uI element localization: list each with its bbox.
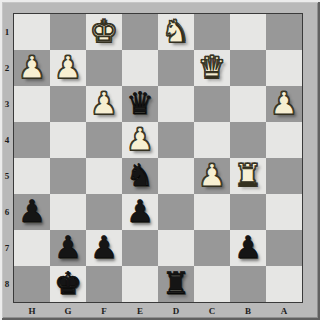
square-b2[interactable] bbox=[230, 50, 266, 86]
square-a3[interactable]: ♟ bbox=[266, 86, 302, 122]
square-f1[interactable]: ♚ bbox=[86, 14, 122, 50]
square-a8[interactable] bbox=[266, 266, 302, 302]
square-e2[interactable] bbox=[122, 50, 158, 86]
piece-black-king[interactable]: ♚ bbox=[54, 265, 82, 301]
piece-white-pawn[interactable]: ♟ bbox=[54, 49, 82, 85]
chessboard-panel: 12345678 HGFEDCBA ♚♞♟♟♛♟♛♟♟♞♟♜♟♟♟♟♟♚♜ bbox=[0, 0, 320, 320]
piece-white-pawn[interactable]: ♟ bbox=[18, 49, 46, 85]
square-f3[interactable]: ♟ bbox=[86, 86, 122, 122]
square-c4[interactable] bbox=[194, 122, 230, 158]
square-b5[interactable]: ♜ bbox=[230, 158, 266, 194]
square-h5[interactable] bbox=[14, 158, 50, 194]
rank-label-1: 1 bbox=[1, 14, 13, 50]
piece-black-pawn[interactable]: ♟ bbox=[18, 193, 46, 229]
square-f8[interactable] bbox=[86, 266, 122, 302]
file-label-a: A bbox=[266, 304, 302, 318]
square-a2[interactable] bbox=[266, 50, 302, 86]
square-e5[interactable]: ♞ bbox=[122, 158, 158, 194]
square-b7[interactable]: ♟ bbox=[230, 230, 266, 266]
square-c8[interactable] bbox=[194, 266, 230, 302]
square-b4[interactable] bbox=[230, 122, 266, 158]
rank-label-3: 3 bbox=[1, 86, 13, 122]
piece-white-pawn[interactable]: ♟ bbox=[198, 157, 226, 193]
square-a1[interactable] bbox=[266, 14, 302, 50]
piece-black-pawn[interactable]: ♟ bbox=[90, 229, 118, 265]
square-g5[interactable] bbox=[50, 158, 86, 194]
square-h8[interactable] bbox=[14, 266, 50, 302]
square-c7[interactable] bbox=[194, 230, 230, 266]
rank-label-5: 5 bbox=[1, 158, 13, 194]
piece-black-rook[interactable]: ♜ bbox=[162, 265, 190, 301]
file-label-h: H bbox=[14, 304, 50, 318]
square-d5[interactable] bbox=[158, 158, 194, 194]
square-g7[interactable]: ♟ bbox=[50, 230, 86, 266]
square-e8[interactable] bbox=[122, 266, 158, 302]
square-e6[interactable]: ♟ bbox=[122, 194, 158, 230]
square-a7[interactable] bbox=[266, 230, 302, 266]
square-c6[interactable] bbox=[194, 194, 230, 230]
square-h2[interactable]: ♟ bbox=[14, 50, 50, 86]
file-labels: HGFEDCBA bbox=[14, 304, 302, 318]
square-a5[interactable] bbox=[266, 158, 302, 194]
square-f5[interactable] bbox=[86, 158, 122, 194]
square-a6[interactable] bbox=[266, 194, 302, 230]
square-b8[interactable] bbox=[230, 266, 266, 302]
square-d6[interactable] bbox=[158, 194, 194, 230]
file-label-d: D bbox=[158, 304, 194, 318]
piece-white-pawn[interactable]: ♟ bbox=[90, 85, 118, 121]
square-h1[interactable] bbox=[14, 14, 50, 50]
square-f2[interactable] bbox=[86, 50, 122, 86]
rank-label-7: 7 bbox=[1, 230, 13, 266]
square-g8[interactable]: ♚ bbox=[50, 266, 86, 302]
file-label-g: G bbox=[50, 304, 86, 318]
piece-black-pawn[interactable]: ♟ bbox=[234, 229, 262, 265]
piece-white-queen[interactable]: ♛ bbox=[198, 49, 226, 85]
rank-label-8: 8 bbox=[1, 266, 13, 302]
square-a4[interactable] bbox=[266, 122, 302, 158]
square-g2[interactable]: ♟ bbox=[50, 50, 86, 86]
square-d4[interactable] bbox=[158, 122, 194, 158]
square-c5[interactable]: ♟ bbox=[194, 158, 230, 194]
piece-white-rook[interactable]: ♜ bbox=[234, 157, 262, 193]
square-d2[interactable] bbox=[158, 50, 194, 86]
square-e1[interactable] bbox=[122, 14, 158, 50]
rank-label-4: 4 bbox=[1, 122, 13, 158]
piece-black-queen[interactable]: ♛ bbox=[126, 85, 154, 121]
square-e7[interactable] bbox=[122, 230, 158, 266]
square-e4[interactable]: ♟ bbox=[122, 122, 158, 158]
square-h6[interactable]: ♟ bbox=[14, 194, 50, 230]
square-c1[interactable] bbox=[194, 14, 230, 50]
square-b1[interactable] bbox=[230, 14, 266, 50]
square-h7[interactable] bbox=[14, 230, 50, 266]
square-g3[interactable] bbox=[50, 86, 86, 122]
file-label-c: C bbox=[194, 304, 230, 318]
piece-white-knight[interactable]: ♞ bbox=[162, 13, 190, 49]
square-c3[interactable] bbox=[194, 86, 230, 122]
square-d1[interactable]: ♞ bbox=[158, 14, 194, 50]
piece-white-pawn[interactable]: ♟ bbox=[126, 121, 154, 157]
piece-black-pawn[interactable]: ♟ bbox=[54, 229, 82, 265]
square-h4[interactable] bbox=[14, 122, 50, 158]
chess-board: ♚♞♟♟♛♟♛♟♟♞♟♜♟♟♟♟♟♚♜ bbox=[13, 13, 303, 303]
piece-white-pawn[interactable]: ♟ bbox=[270, 85, 298, 121]
piece-black-pawn[interactable]: ♟ bbox=[126, 193, 154, 229]
square-f6[interactable] bbox=[86, 194, 122, 230]
rank-label-6: 6 bbox=[1, 194, 13, 230]
file-label-b: B bbox=[230, 304, 266, 318]
square-b6[interactable] bbox=[230, 194, 266, 230]
square-g6[interactable] bbox=[50, 194, 86, 230]
square-d7[interactable] bbox=[158, 230, 194, 266]
rank-labels: 12345678 bbox=[1, 14, 13, 302]
square-b3[interactable] bbox=[230, 86, 266, 122]
piece-white-king[interactable]: ♚ bbox=[90, 13, 118, 49]
rank-label-2: 2 bbox=[1, 50, 13, 86]
square-d3[interactable] bbox=[158, 86, 194, 122]
square-g1[interactable] bbox=[50, 14, 86, 50]
square-c2[interactable]: ♛ bbox=[194, 50, 230, 86]
piece-black-knight[interactable]: ♞ bbox=[126, 157, 154, 193]
square-g4[interactable] bbox=[50, 122, 86, 158]
square-d8[interactable]: ♜ bbox=[158, 266, 194, 302]
file-label-e: E bbox=[122, 304, 158, 318]
file-label-f: F bbox=[86, 304, 122, 318]
square-e3[interactable]: ♛ bbox=[122, 86, 158, 122]
square-h3[interactable] bbox=[14, 86, 50, 122]
square-f7[interactable]: ♟ bbox=[86, 230, 122, 266]
square-f4[interactable] bbox=[86, 122, 122, 158]
